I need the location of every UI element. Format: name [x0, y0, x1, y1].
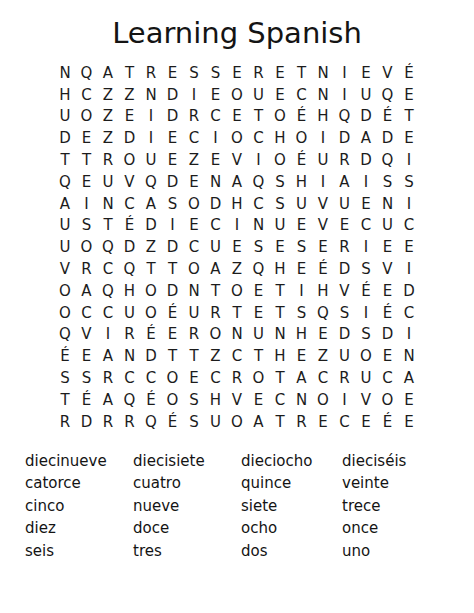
- grid-cell[interactable]: E: [162, 149, 184, 171]
- grid-cell[interactable]: D: [54, 127, 76, 149]
- grid-cell[interactable]: N: [140, 84, 162, 106]
- grid-cell[interactable]: R: [119, 411, 141, 433]
- grid-cell[interactable]: T: [269, 280, 291, 302]
- grid-cell[interactable]: O: [377, 389, 399, 411]
- grid-cell[interactable]: E: [398, 389, 420, 411]
- grid-cell[interactable]: E: [226, 236, 248, 258]
- grid-cell[interactable]: U: [334, 345, 356, 367]
- grid-cell[interactable]: Q: [97, 280, 119, 302]
- grid-cell[interactable]: I: [140, 106, 162, 128]
- grid-cell[interactable]: D: [398, 280, 420, 302]
- grid-cell[interactable]: E: [398, 411, 420, 433]
- grid-cell[interactable]: I: [312, 127, 334, 149]
- grid-cell[interactable]: D: [355, 149, 377, 171]
- grid-cell[interactable]: I: [312, 171, 334, 193]
- grid-cell[interactable]: Q: [119, 389, 141, 411]
- grid-cell[interactable]: N: [54, 62, 76, 84]
- grid-cell[interactable]: É: [377, 106, 399, 128]
- grid-cell[interactable]: U: [54, 236, 76, 258]
- grid-cell[interactable]: I: [97, 324, 119, 346]
- grid-cell[interactable]: I: [205, 127, 227, 149]
- grid-cell[interactable]: T: [398, 106, 420, 128]
- grid-cell[interactable]: É: [291, 149, 313, 171]
- grid-cell[interactable]: T: [226, 302, 248, 324]
- grid-cell[interactable]: H: [269, 258, 291, 280]
- grid-cell[interactable]: A: [97, 345, 119, 367]
- grid-cell[interactable]: E: [355, 411, 377, 433]
- grid-cell[interactable]: E: [377, 236, 399, 258]
- grid-cell[interactable]: R: [119, 324, 141, 346]
- grid-cell[interactable]: A: [291, 367, 313, 389]
- grid-cell[interactable]: U: [248, 324, 270, 346]
- grid-cell[interactable]: D: [140, 345, 162, 367]
- grid-cell[interactable]: O: [183, 258, 205, 280]
- word-list-item: seis: [25, 540, 133, 563]
- grid-cell[interactable]: O: [312, 389, 334, 411]
- grid-cell[interactable]: S: [183, 411, 205, 433]
- grid-cell[interactable]: N: [269, 324, 291, 346]
- grid-cell[interactable]: D: [377, 324, 399, 346]
- grid-cell[interactable]: V: [355, 389, 377, 411]
- grid-cell[interactable]: S: [76, 215, 98, 237]
- grid-cell[interactable]: I: [398, 149, 420, 171]
- grid-cell[interactable]: E: [398, 236, 420, 258]
- grid-cell[interactable]: D: [76, 411, 98, 433]
- grid-cell[interactable]: I: [334, 84, 356, 106]
- grid-cell[interactable]: D: [162, 84, 184, 106]
- grid-cell[interactable]: U: [183, 302, 205, 324]
- grid-cell[interactable]: C: [183, 127, 205, 149]
- grid-cell[interactable]: R: [334, 367, 356, 389]
- grid-cell[interactable]: V: [226, 149, 248, 171]
- grid-cell[interactable]: T: [54, 149, 76, 171]
- grid-cell[interactable]: Z: [97, 106, 119, 128]
- grid-cell[interactable]: O: [76, 236, 98, 258]
- grid-cell[interactable]: Q: [248, 258, 270, 280]
- grid-cell[interactable]: R: [140, 62, 162, 84]
- grid-cell[interactable]: R: [226, 367, 248, 389]
- grid-cell[interactable]: V: [312, 215, 334, 237]
- grid-cell[interactable]: Q: [334, 106, 356, 128]
- grid-cell[interactable]: I: [355, 171, 377, 193]
- grid-cell[interactable]: D: [162, 171, 184, 193]
- grid-cell[interactable]: D: [162, 106, 184, 128]
- word-list-item: dos: [241, 540, 342, 563]
- grid-cell[interactable]: C: [248, 127, 270, 149]
- grid-cell[interactable]: É: [140, 324, 162, 346]
- grid-cell[interactable]: C: [398, 302, 420, 324]
- grid-cell[interactable]: O: [76, 106, 98, 128]
- grid-cell[interactable]: T: [162, 345, 184, 367]
- grid-cell[interactable]: T: [183, 345, 205, 367]
- grid-cell[interactable]: I: [398, 258, 420, 280]
- grid-cell[interactable]: C: [269, 389, 291, 411]
- grid-cell[interactable]: S: [162, 193, 184, 215]
- word-list-item: ocho: [241, 517, 342, 540]
- grid-cell[interactable]: E: [334, 215, 356, 237]
- grid-cell[interactable]: U: [54, 106, 76, 128]
- grid-cell[interactable]: Q: [140, 411, 162, 433]
- word-list-item: cinco: [25, 495, 133, 518]
- grid-cell[interactable]: Z: [119, 84, 141, 106]
- grid-cell[interactable]: Z: [183, 149, 205, 171]
- grid-cell[interactable]: Q: [377, 149, 399, 171]
- grid-cell[interactable]: Z: [205, 345, 227, 367]
- grid-cell[interactable]: V: [377, 258, 399, 280]
- grid-cell[interactable]: É: [162, 411, 184, 433]
- grid-cell[interactable]: A: [205, 258, 227, 280]
- grid-cell[interactable]: É: [54, 345, 76, 367]
- grid-cell[interactable]: E: [291, 345, 313, 367]
- grid-cell[interactable]: U: [377, 215, 399, 237]
- grid-cell[interactable]: U: [312, 149, 334, 171]
- grid-cell[interactable]: É: [76, 389, 98, 411]
- word-list-column: dieciochoquincesieteochodos: [241, 450, 342, 563]
- grid-cell[interactable]: H: [312, 280, 334, 302]
- grid-cell[interactable]: U: [355, 367, 377, 389]
- grid-cell[interactable]: E: [377, 345, 399, 367]
- grid-cell[interactable]: S: [334, 302, 356, 324]
- grid-cell[interactable]: H: [54, 84, 76, 106]
- grid-cell[interactable]: O: [291, 127, 313, 149]
- grid-cell[interactable]: T: [291, 62, 313, 84]
- grid-cell[interactable]: C: [76, 302, 98, 324]
- grid-cell[interactable]: I: [334, 389, 356, 411]
- grid-cell[interactable]: É: [398, 62, 420, 84]
- grid-cell[interactable]: E: [312, 236, 334, 258]
- grid-cell[interactable]: U: [334, 193, 356, 215]
- grid-cell[interactable]: A: [226, 171, 248, 193]
- grid-cell[interactable]: T: [97, 215, 119, 237]
- grid-cell[interactable]: D: [334, 258, 356, 280]
- grid-cell[interactable]: T: [54, 389, 76, 411]
- grid-cell[interactable]: É: [312, 258, 334, 280]
- grid-cell[interactable]: I: [355, 302, 377, 324]
- grid-cell[interactable]: U: [119, 302, 141, 324]
- grid-cell[interactable]: S: [205, 62, 227, 84]
- grid-cell[interactable]: T: [162, 258, 184, 280]
- grid-cell[interactable]: C: [312, 367, 334, 389]
- grid-cell[interactable]: R: [291, 411, 313, 433]
- grid-cell[interactable]: E: [76, 171, 98, 193]
- grid-cell[interactable]: R: [97, 367, 119, 389]
- grid-cell[interactable]: N: [205, 171, 227, 193]
- grid-cell[interactable]: É: [140, 389, 162, 411]
- grid-cell[interactable]: D: [205, 193, 227, 215]
- grid-cell[interactable]: A: [398, 367, 420, 389]
- grid-cell[interactable]: U: [291, 193, 313, 215]
- grid-cell[interactable]: C: [76, 84, 98, 106]
- grid-cell[interactable]: É: [162, 302, 184, 324]
- grid-cell[interactable]: V: [54, 258, 76, 280]
- grid-cell[interactable]: A: [97, 389, 119, 411]
- grid-cell[interactable]: U: [205, 411, 227, 433]
- grid-cell[interactable]: Q: [140, 171, 162, 193]
- grid-cell[interactable]: V: [377, 62, 399, 84]
- grid-cell[interactable]: Q: [377, 84, 399, 106]
- grid-cell[interactable]: I: [398, 193, 420, 215]
- grid-cell[interactable]: O: [205, 324, 227, 346]
- grid-cell[interactable]: E: [248, 302, 270, 324]
- grid-cell[interactable]: H: [226, 193, 248, 215]
- grid-cell[interactable]: O: [54, 302, 76, 324]
- grid-cell[interactable]: N: [248, 215, 270, 237]
- grid-cell[interactable]: E: [269, 236, 291, 258]
- grid-cell[interactable]: E: [355, 62, 377, 84]
- grid-cell[interactable]: Z: [140, 236, 162, 258]
- grid-cell[interactable]: T: [248, 106, 270, 128]
- grid-cell[interactable]: T: [140, 258, 162, 280]
- grid-cell[interactable]: É: [291, 106, 313, 128]
- grid-cell[interactable]: I: [248, 149, 270, 171]
- grid-cell[interactable]: V: [312, 193, 334, 215]
- grid-cell[interactable]: E: [162, 324, 184, 346]
- grid-cell[interactable]: N: [291, 389, 313, 411]
- grid-cell[interactable]: O: [162, 367, 184, 389]
- grid-cell[interactable]: E: [76, 127, 98, 149]
- grid-cell[interactable]: R: [97, 411, 119, 433]
- grid-cell[interactable]: A: [248, 411, 270, 433]
- grid-cell[interactable]: N: [97, 193, 119, 215]
- grid-cell[interactable]: C: [119, 193, 141, 215]
- grid-cell[interactable]: A: [54, 193, 76, 215]
- grid-cell[interactable]: R: [54, 411, 76, 433]
- grid-cell[interactable]: H: [269, 345, 291, 367]
- grid-cell[interactable]: C: [97, 302, 119, 324]
- grid-cell[interactable]: R: [205, 302, 227, 324]
- grid-cell[interactable]: E: [269, 62, 291, 84]
- grid-cell[interactable]: H: [291, 171, 313, 193]
- grid-cell[interactable]: C: [248, 193, 270, 215]
- grid-cell[interactable]: C: [226, 345, 248, 367]
- grid-cell[interactable]: Q: [312, 302, 334, 324]
- grid-cell[interactable]: C: [291, 84, 313, 106]
- grid-cell[interactable]: Q: [54, 324, 76, 346]
- grid-cell[interactable]: E: [398, 84, 420, 106]
- grid-cell[interactable]: O: [226, 127, 248, 149]
- grid-cell[interactable]: Z: [97, 84, 119, 106]
- grid-cell[interactable]: O: [355, 345, 377, 367]
- grid-cell[interactable]: O: [183, 193, 205, 215]
- grid-cell[interactable]: E: [162, 62, 184, 84]
- grid-cell[interactable]: O: [140, 302, 162, 324]
- grid-cell[interactable]: E: [205, 149, 227, 171]
- grid-cell[interactable]: T: [269, 411, 291, 433]
- grid-cell[interactable]: U: [97, 171, 119, 193]
- grid-cell[interactable]: R: [334, 236, 356, 258]
- grid-cell[interactable]: E: [183, 171, 205, 193]
- grid-cell[interactable]: V: [226, 389, 248, 411]
- grid-cell[interactable]: T: [248, 345, 270, 367]
- grid-cell[interactable]: E: [183, 367, 205, 389]
- word-list-item: nueve: [133, 495, 241, 518]
- grid-cell[interactable]: R: [183, 324, 205, 346]
- grid-cell[interactable]: R: [76, 258, 98, 280]
- grid-cell[interactable]: D: [355, 106, 377, 128]
- grid-cell[interactable]: S: [355, 324, 377, 346]
- grid-cell[interactable]: O: [226, 84, 248, 106]
- grid-cell[interactable]: C: [334, 411, 356, 433]
- grid-cell[interactable]: É: [355, 280, 377, 302]
- grid-cell[interactable]: U: [205, 236, 227, 258]
- grid-cell[interactable]: C: [205, 215, 227, 237]
- grid-cell[interactable]: C: [119, 367, 141, 389]
- grid-cell[interactable]: T: [205, 280, 227, 302]
- grid-cell[interactable]: N: [312, 62, 334, 84]
- grid-cell[interactable]: A: [334, 171, 356, 193]
- grid-cell[interactable]: I: [334, 62, 356, 84]
- grid-cell[interactable]: Z: [312, 345, 334, 367]
- grid-cell[interactable]: C: [97, 258, 119, 280]
- grid-cell[interactable]: E: [119, 106, 141, 128]
- grid-cell[interactable]: R: [183, 106, 205, 128]
- grid-cell[interactable]: C: [205, 367, 227, 389]
- grid-cell[interactable]: I: [183, 84, 205, 106]
- grid-cell[interactable]: D: [119, 236, 141, 258]
- grid-cell[interactable]: Q: [97, 236, 119, 258]
- grid-cell[interactable]: Z: [226, 258, 248, 280]
- grid-cell[interactable]: S: [54, 367, 76, 389]
- grid-cell[interactable]: S: [291, 302, 313, 324]
- grid-cell[interactable]: E: [355, 193, 377, 215]
- grid-cell[interactable]: D: [119, 127, 141, 149]
- grid-cell[interactable]: N: [119, 345, 141, 367]
- word-search-grid[interactable]: NQATRESSERETNIEVÉHCZZNDIEOUECNIUQEUOZEID…: [0, 62, 474, 433]
- grid-cell[interactable]: E: [248, 389, 270, 411]
- grid-cell[interactable]: C: [205, 106, 227, 128]
- grid-cell[interactable]: T: [269, 302, 291, 324]
- grid-cell[interactable]: I: [162, 215, 184, 237]
- grid-cell[interactable]: I: [140, 127, 162, 149]
- grid-cell[interactable]: U: [355, 84, 377, 106]
- grid-cell[interactable]: D: [162, 236, 184, 258]
- grid-cell[interactable]: I: [226, 215, 248, 237]
- grid-cell[interactable]: O: [140, 280, 162, 302]
- grid-cell[interactable]: N: [398, 345, 420, 367]
- grid-cell[interactable]: E: [76, 345, 98, 367]
- grid-cell[interactable]: R: [248, 62, 270, 84]
- grid-cell[interactable]: E: [205, 84, 227, 106]
- grid-cell[interactable]: U: [248, 84, 270, 106]
- grid-cell[interactable]: V: [334, 280, 356, 302]
- grid-cell[interactable]: S: [183, 389, 205, 411]
- grid-cell[interactable]: E: [226, 106, 248, 128]
- grid-cell[interactable]: Q: [248, 171, 270, 193]
- grid-cell[interactable]: S: [269, 193, 291, 215]
- grid-cell[interactable]: C: [398, 215, 420, 237]
- grid-cell[interactable]: Z: [97, 127, 119, 149]
- word-list-item: once: [342, 517, 450, 540]
- grid-cell[interactable]: S: [355, 258, 377, 280]
- grid-cell[interactable]: I: [355, 236, 377, 258]
- grid-cell[interactable]: I: [76, 193, 98, 215]
- grid-cell[interactable]: C: [355, 215, 377, 237]
- grid-cell[interactable]: O: [162, 389, 184, 411]
- grid-cell[interactable]: S: [183, 62, 205, 84]
- grid-cell[interactable]: T: [269, 367, 291, 389]
- grid-cell[interactable]: D: [140, 215, 162, 237]
- grid-cell[interactable]: E: [377, 280, 399, 302]
- grid-cell[interactable]: E: [312, 324, 334, 346]
- grid-cell[interactable]: U: [54, 215, 76, 237]
- grid-cell[interactable]: Q: [119, 258, 141, 280]
- grid-cell[interactable]: O: [269, 149, 291, 171]
- grid-cell[interactable]: I: [398, 324, 420, 346]
- grid-cell[interactable]: A: [355, 127, 377, 149]
- grid-cell[interactable]: C: [140, 367, 162, 389]
- grid-cell[interactable]: N: [312, 84, 334, 106]
- grid-cell[interactable]: O: [54, 280, 76, 302]
- grid-cell[interactable]: H: [291, 324, 313, 346]
- word-list-item: diecisiete: [133, 450, 241, 473]
- grid-cell[interactable]: E: [398, 127, 420, 149]
- grid-cell[interactable]: N: [183, 280, 205, 302]
- grid-cell[interactable]: O: [226, 280, 248, 302]
- grid-cell[interactable]: R: [97, 149, 119, 171]
- grid-cell[interactable]: I: [291, 280, 313, 302]
- grid-cell[interactable]: D: [334, 127, 356, 149]
- grid-cell[interactable]: O: [269, 106, 291, 128]
- grid-cell[interactable]: H: [269, 127, 291, 149]
- grid-cell[interactable]: H: [205, 389, 227, 411]
- grid-cell[interactable]: S: [269, 171, 291, 193]
- grid-cell[interactable]: S: [248, 236, 270, 258]
- grid-cell[interactable]: D: [334, 324, 356, 346]
- grid-cell[interactable]: V: [76, 324, 98, 346]
- grid-cell[interactable]: D: [162, 280, 184, 302]
- grid-cell[interactable]: C: [183, 236, 205, 258]
- grid-cell[interactable]: E: [312, 411, 334, 433]
- grid-cell[interactable]: O: [248, 367, 270, 389]
- grid-cell[interactable]: E: [248, 280, 270, 302]
- grid-cell[interactable]: E: [291, 258, 313, 280]
- grid-cell[interactable]: S: [377, 171, 399, 193]
- grid-cell[interactable]: N: [377, 193, 399, 215]
- grid-cell[interactable]: C: [377, 367, 399, 389]
- grid-cell[interactable]: E: [162, 127, 184, 149]
- grid-cell[interactable]: A: [97, 62, 119, 84]
- grid-cell[interactable]: Q: [76, 62, 98, 84]
- grid-cell[interactable]: D: [377, 127, 399, 149]
- grid-cell[interactable]: H: [312, 106, 334, 128]
- grid-cell[interactable]: É: [119, 215, 141, 237]
- grid-cell[interactable]: O: [226, 411, 248, 433]
- grid-cell[interactable]: S: [291, 236, 313, 258]
- grid-cell[interactable]: U: [140, 149, 162, 171]
- grid-cell[interactable]: Q: [54, 171, 76, 193]
- grid-cell[interactable]: A: [76, 280, 98, 302]
- grid-cell[interactable]: T: [119, 62, 141, 84]
- grid-cell[interactable]: V: [119, 171, 141, 193]
- grid-cell[interactable]: S: [398, 171, 420, 193]
- grid-cell[interactable]: O: [119, 149, 141, 171]
- word-list-item: diez: [25, 517, 133, 540]
- grid-cell[interactable]: A: [140, 193, 162, 215]
- grid-cell[interactable]: E: [291, 215, 313, 237]
- grid-cell[interactable]: N: [226, 324, 248, 346]
- grid-cell[interactable]: H: [119, 280, 141, 302]
- grid-cell[interactable]: É: [377, 302, 399, 324]
- grid-cell[interactable]: E: [226, 62, 248, 84]
- grid-cell[interactable]: E: [269, 84, 291, 106]
- grid-cell[interactable]: R: [334, 149, 356, 171]
- grid-cell[interactable]: É: [377, 411, 399, 433]
- grid-cell[interactable]: S: [76, 367, 98, 389]
- grid-cell[interactable]: U: [269, 215, 291, 237]
- word-list-item: siete: [241, 495, 342, 518]
- grid-cell[interactable]: E: [183, 215, 205, 237]
- grid-cell[interactable]: T: [76, 149, 98, 171]
